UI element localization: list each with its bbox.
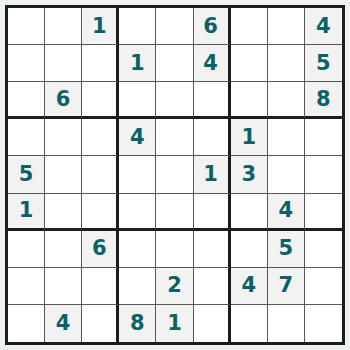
cell-r5c1: 5 xyxy=(8,156,45,193)
cell-r3c3[interactable] xyxy=(82,82,119,119)
cell-r2c3[interactable] xyxy=(82,45,119,82)
cell-r5c8[interactable] xyxy=(268,156,305,193)
cell-r5c9[interactable] xyxy=(305,156,342,193)
cell-r7c4[interactable] xyxy=(119,231,156,268)
cell-r1c6: 6 xyxy=(194,8,231,45)
cell-r2c4: 1 xyxy=(119,45,156,82)
cell-r1c3: 1 xyxy=(82,8,119,45)
cell-r1c2[interactable] xyxy=(45,8,82,45)
cell-r7c1[interactable] xyxy=(8,231,45,268)
cell-r7c9[interactable] xyxy=(305,231,342,268)
cell-r5c4[interactable] xyxy=(119,156,156,193)
cell-r7c5[interactable] xyxy=(156,231,193,268)
cell-r7c7[interactable] xyxy=(231,231,268,268)
cell-r3c6[interactable] xyxy=(194,82,231,119)
cell-r4c4: 4 xyxy=(119,119,156,156)
cell-r8c3[interactable] xyxy=(82,268,119,305)
cell-r2c7[interactable] xyxy=(231,45,268,82)
cell-r3c8[interactable] xyxy=(268,82,305,119)
cell-r9c7[interactable] xyxy=(231,305,268,342)
cell-r1c4[interactable] xyxy=(119,8,156,45)
cell-r1c8[interactable] xyxy=(268,8,305,45)
cell-r6c7[interactable] xyxy=(231,194,268,231)
cell-r4c2[interactable] xyxy=(45,119,82,156)
cell-r8c9[interactable] xyxy=(305,268,342,305)
cell-r9c4: 8 xyxy=(119,305,156,342)
cell-r8c7: 4 xyxy=(231,268,268,305)
cell-r3c9: 8 xyxy=(305,82,342,119)
cell-r1c9: 4 xyxy=(305,8,342,45)
cell-r7c3: 6 xyxy=(82,231,119,268)
cell-r2c2[interactable] xyxy=(45,45,82,82)
cell-r1c5[interactable] xyxy=(156,8,193,45)
cell-r5c7: 3 xyxy=(231,156,268,193)
cell-r6c9[interactable] xyxy=(305,194,342,231)
cell-r5c5[interactable] xyxy=(156,156,193,193)
cell-r6c8: 4 xyxy=(268,194,305,231)
cell-r9c5: 1 xyxy=(156,305,193,342)
cell-r3c4[interactable] xyxy=(119,82,156,119)
cell-r9c1[interactable] xyxy=(8,305,45,342)
cell-r2c1[interactable] xyxy=(8,45,45,82)
cell-r5c2[interactable] xyxy=(45,156,82,193)
cell-r2c5[interactable] xyxy=(156,45,193,82)
cell-r2c9: 5 xyxy=(305,45,342,82)
cell-r2c8[interactable] xyxy=(268,45,305,82)
cell-r8c2[interactable] xyxy=(45,268,82,305)
cell-r8c1[interactable] xyxy=(8,268,45,305)
cell-r5c3[interactable] xyxy=(82,156,119,193)
cell-r9c6[interactable] xyxy=(194,305,231,342)
cell-r4c1[interactable] xyxy=(8,119,45,156)
cell-r9c8[interactable] xyxy=(268,305,305,342)
cell-r6c2[interactable] xyxy=(45,194,82,231)
cell-r6c6[interactable] xyxy=(194,194,231,231)
cell-r9c9[interactable] xyxy=(305,305,342,342)
cell-r4c7: 1 xyxy=(231,119,268,156)
cell-r4c3[interactable] xyxy=(82,119,119,156)
sudoku-board: 16414568415131465247481 xyxy=(5,5,345,345)
cell-r4c6[interactable] xyxy=(194,119,231,156)
cell-r4c9[interactable] xyxy=(305,119,342,156)
cell-r4c8[interactable] xyxy=(268,119,305,156)
cell-r7c6[interactable] xyxy=(194,231,231,268)
cell-r8c8: 7 xyxy=(268,268,305,305)
cell-r2c6: 4 xyxy=(194,45,231,82)
cell-r3c5[interactable] xyxy=(156,82,193,119)
cell-r8c4[interactable] xyxy=(119,268,156,305)
cell-r6c3[interactable] xyxy=(82,194,119,231)
cell-r8c6[interactable] xyxy=(194,268,231,305)
cell-r4c5[interactable] xyxy=(156,119,193,156)
cell-r9c2: 4 xyxy=(45,305,82,342)
cell-r1c7[interactable] xyxy=(231,8,268,45)
cell-r6c1: 1 xyxy=(8,194,45,231)
cell-r3c2: 6 xyxy=(45,82,82,119)
cell-r8c5: 2 xyxy=(156,268,193,305)
cell-r7c2[interactable] xyxy=(45,231,82,268)
cell-r6c4[interactable] xyxy=(119,194,156,231)
cell-r1c1[interactable] xyxy=(8,8,45,45)
cell-r3c1[interactable] xyxy=(8,82,45,119)
cell-r3c7[interactable] xyxy=(231,82,268,119)
cell-r7c8: 5 xyxy=(268,231,305,268)
cell-r5c6: 1 xyxy=(194,156,231,193)
cell-r6c5[interactable] xyxy=(156,194,193,231)
cell-r9c3[interactable] xyxy=(82,305,119,342)
